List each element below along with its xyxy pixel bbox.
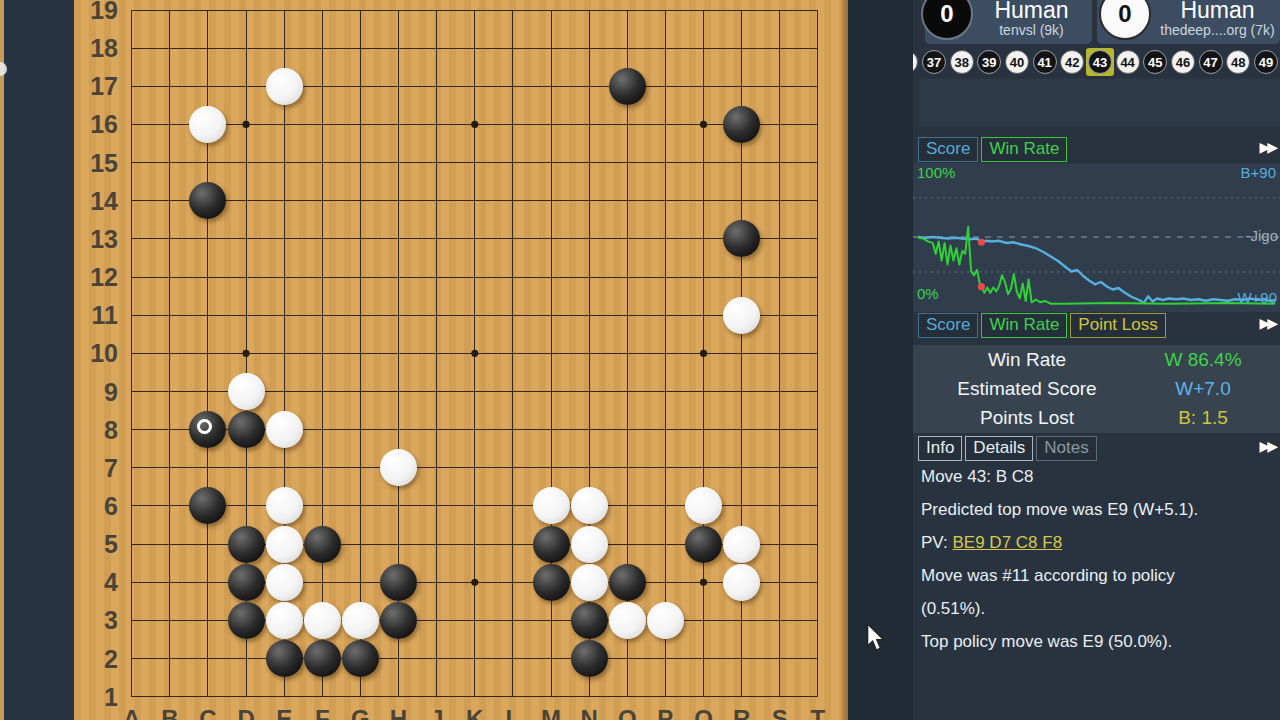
- row-label-17: 17: [76, 72, 118, 100]
- fast-forward-icon-3[interactable]: ▶▶: [1259, 438, 1275, 454]
- star-point-D16: [242, 121, 249, 128]
- stone-black-F5[interactable]: [304, 526, 341, 563]
- pv-moves-link[interactable]: BE9 D7 C8 F8: [953, 533, 1063, 552]
- row-label-13: 13: [76, 225, 118, 253]
- row-label-3: 3: [76, 606, 118, 634]
- move-circle-39[interactable]: 39: [977, 50, 1001, 74]
- tab-score-top[interactable]: Score: [918, 137, 978, 162]
- col-label-T: T: [805, 706, 831, 720]
- row-label-7: 7: [76, 454, 118, 482]
- panel-spacer-block: [919, 79, 1280, 127]
- tab-score-bottom[interactable]: Score: [918, 313, 978, 338]
- stone-black-R16[interactable]: [723, 106, 760, 143]
- tab-info[interactable]: Info: [918, 436, 962, 461]
- black-player-type: Human: [975, 0, 1088, 24]
- tab-notes[interactable]: Notes: [1036, 436, 1096, 461]
- stone-white-P3[interactable]: [647, 602, 684, 639]
- stone-black-Q5[interactable]: [685, 526, 722, 563]
- row-label-10: 10: [76, 339, 118, 367]
- stone-white-G3[interactable]: [342, 602, 379, 639]
- row-label-4: 4: [76, 568, 118, 596]
- graph-tab-row-top: Score Win Rate: [918, 137, 1067, 162]
- col-label-R: R: [729, 706, 755, 720]
- fast-forward-icon-2[interactable]: ▶▶: [1259, 315, 1275, 331]
- col-label-G: G: [347, 706, 373, 720]
- stone-black-H3[interactable]: [380, 602, 417, 639]
- fast-forward-icon[interactable]: ▶▶: [1259, 139, 1275, 155]
- graph-label-100pct: 100%: [917, 164, 955, 181]
- col-label-A: A: [119, 706, 145, 720]
- info-top-policy-line: Top policy move was E9 (50.0%).: [921, 632, 1276, 656]
- row-label-6: 6: [76, 492, 118, 520]
- move-circle-43[interactable]: 43: [1088, 50, 1112, 74]
- mouse-cursor: [866, 624, 886, 652]
- col-label-Q: Q: [691, 706, 717, 720]
- graph-canvas[interactable]: [913, 163, 1280, 312]
- stone-black-D8[interactable]: [228, 411, 265, 448]
- stone-black-F2[interactable]: [304, 640, 341, 677]
- stat-value-points-lost: B: 1.5: [1153, 403, 1253, 432]
- graph-label-jigo: -Jigo: [1245, 227, 1278, 244]
- move-circle-45[interactable]: 45: [1143, 50, 1167, 74]
- move-circle-47[interactable]: 47: [1199, 50, 1223, 74]
- info-predicted-line: Predicted top move was E9 (W+5.1).: [921, 500, 1276, 524]
- col-label-N: N: [576, 706, 602, 720]
- star-point-Q4: [700, 579, 707, 586]
- info-policy-line-1: Move was #11 according to policy: [921, 566, 1276, 590]
- stone-black-D3[interactable]: [228, 602, 265, 639]
- stone-white-N5[interactable]: [571, 526, 608, 563]
- graph-tab-row-bottom: Score Win Rate Point Loss: [918, 313, 1166, 338]
- stone-black-M5[interactable]: [533, 526, 570, 563]
- player-card-white[interactable]: 0 Human thedeep....org (7k): [1097, 0, 1280, 44]
- row-label-15: 15: [76, 149, 118, 177]
- move-number-strip[interactable]: 37383940414243444546474849: [913, 47, 1280, 77]
- white-player-type: Human: [1157, 0, 1278, 24]
- stone-black-N2[interactable]: [571, 640, 608, 677]
- move-circle-49[interactable]: 49: [1254, 50, 1278, 74]
- col-label-S: S: [767, 706, 793, 720]
- move-info-text: Move 43: B C8 Predicted top move was E9 …: [921, 467, 1276, 665]
- star-point-K16: [471, 121, 478, 128]
- graph-label-b90: B+90: [1241, 164, 1276, 181]
- tab-winrate-bottom[interactable]: Win Rate: [981, 313, 1067, 338]
- stone-white-O3[interactable]: [609, 602, 646, 639]
- analysis-panel: 0 Human tenvsl (9k) 0 Human thedeep....o…: [913, 0, 1280, 720]
- stat-value-winrate: W 86.4%: [1153, 345, 1253, 374]
- stone-white-E8[interactable]: [266, 411, 303, 448]
- row-label-14: 14: [76, 187, 118, 215]
- row-label-9: 9: [76, 378, 118, 406]
- player-card-black[interactable]: 0 Human tenvsl (9k): [925, 0, 1092, 44]
- panel-drag-handle[interactable]: [0, 62, 7, 76]
- move-circle-38[interactable]: 38: [950, 50, 974, 74]
- star-point-D10: [242, 350, 249, 357]
- star-point-Q10: [700, 350, 707, 357]
- col-label-B: B: [157, 706, 183, 720]
- info-pv-line: PV: BE9 D7 C8 F8: [921, 533, 1276, 557]
- stone-black-H4[interactable]: [380, 564, 417, 601]
- pv-prefix: PV:: [921, 533, 953, 552]
- stone-white-E6[interactable]: [266, 487, 303, 524]
- move-circle-37[interactable]: 37: [922, 50, 946, 74]
- stone-white-D9[interactable]: [228, 373, 265, 410]
- stone-white-N6[interactable]: [571, 487, 608, 524]
- row-label-19: 19: [76, 0, 118, 24]
- col-label-E: E: [271, 706, 297, 720]
- move-circle-46[interactable]: 46: [1171, 50, 1195, 74]
- black-captures-badge: 0: [921, 0, 973, 40]
- stat-label-points-lost: Points Lost: [937, 403, 1117, 432]
- stat-value-score: W+7.0: [1153, 374, 1253, 403]
- current-move-dot-winrate: [978, 283, 985, 290]
- stone-black-O4[interactable]: [609, 564, 646, 601]
- col-label-H: H: [386, 706, 412, 720]
- board-edge-sliver: [0, 0, 4, 720]
- move-circle-44[interactable]: 44: [1116, 50, 1140, 74]
- stat-label-score: Estimated Score: [937, 374, 1117, 403]
- stat-label-winrate: Win Rate: [937, 345, 1117, 374]
- white-player-name: thedeep....org (7k): [1157, 22, 1278, 38]
- col-label-O: O: [614, 706, 640, 720]
- stone-black-N3[interactable]: [571, 602, 608, 639]
- row-label-2: 2: [76, 645, 118, 673]
- col-label-M: M: [538, 706, 564, 720]
- stat-row-score: Estimated Score W+7.0: [913, 374, 1280, 403]
- stone-white-E4[interactable]: [266, 564, 303, 601]
- star-point-K10: [471, 350, 478, 357]
- graph-label-w90: W+90: [1237, 289, 1277, 306]
- row-label-11: 11: [76, 301, 118, 329]
- col-label-D: D: [233, 706, 259, 720]
- col-label-L: L: [500, 706, 526, 720]
- info-tab-row: Info Details Notes: [918, 436, 1097, 461]
- row-label-5: 5: [76, 530, 118, 558]
- stat-row-winrate: Win Rate W 86.4%: [913, 345, 1280, 374]
- move-circle-48[interactable]: 48: [1226, 50, 1250, 74]
- stat-row-points-lost: Points Lost B: 1.5: [913, 403, 1280, 432]
- tab-details[interactable]: Details: [965, 436, 1033, 461]
- row-label-12: 12: [76, 263, 118, 291]
- stone-white-M6[interactable]: [533, 487, 570, 524]
- stone-black-M4[interactable]: [533, 564, 570, 601]
- row-label-8: 8: [76, 416, 118, 444]
- stone-white-R4[interactable]: [723, 564, 760, 601]
- move-circle-40[interactable]: 40: [1005, 50, 1029, 74]
- star-point-Q16: [700, 121, 707, 128]
- black-player-name: tenvsl (9k): [975, 22, 1088, 38]
- stone-white-E5[interactable]: [266, 526, 303, 563]
- stone-black-D4[interactable]: [228, 564, 265, 601]
- star-point-K4: [471, 579, 478, 586]
- stone-white-F3[interactable]: [304, 602, 341, 639]
- info-policy-line-2: (0.51%).: [921, 599, 1276, 623]
- row-label-18: 18: [76, 34, 118, 62]
- stone-white-R5[interactable]: [723, 526, 760, 563]
- stone-white-E17[interactable]: [266, 68, 303, 105]
- stats-box: Win Rate W 86.4% Estimated Score W+7.0 P…: [913, 345, 1280, 433]
- current-move-dot-score: [978, 239, 985, 246]
- graph-label-0pct: 0%: [917, 285, 939, 302]
- info-move-line: Move 43: B C8: [921, 467, 1276, 491]
- move-circle-42[interactable]: 42: [1060, 50, 1084, 74]
- stone-white-R11[interactable]: [723, 297, 760, 334]
- stone-black-D5[interactable]: [228, 526, 265, 563]
- col-label-C: C: [195, 706, 221, 720]
- row-label-1: 1: [76, 683, 118, 711]
- tab-point-loss[interactable]: Point Loss: [1070, 313, 1165, 338]
- row-label-16: 16: [76, 110, 118, 138]
- stone-white-E3[interactable]: [266, 602, 303, 639]
- col-label-F: F: [309, 706, 335, 720]
- col-label-K: K: [462, 706, 488, 720]
- stone-black-O17[interactable]: [609, 68, 646, 105]
- collapsed-side-panel[interactable]: [0, 0, 74, 720]
- move-circle-36-partial[interactable]: [913, 50, 918, 74]
- stone-white-N4[interactable]: [571, 564, 608, 601]
- go-board[interactable]: 19181716151413121110987654321ABCDEFGHJKL…: [74, 0, 848, 720]
- move-circle-41[interactable]: 41: [1033, 50, 1057, 74]
- col-label-J: J: [424, 706, 450, 720]
- tab-winrate-top[interactable]: Win Rate: [981, 137, 1067, 162]
- col-label-P: P: [652, 706, 678, 720]
- white-captures-badge: 0: [1099, 0, 1151, 40]
- stone-black-E2[interactable]: [266, 640, 303, 677]
- stone-black-G2[interactable]: [342, 640, 379, 677]
- winrate-score-graph[interactable]: 100% B+90 0% W+90 -Jigo: [913, 163, 1280, 312]
